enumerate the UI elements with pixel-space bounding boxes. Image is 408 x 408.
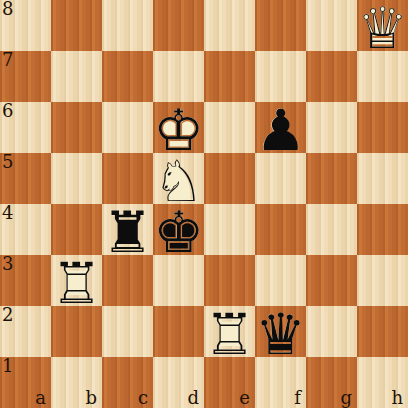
rank-label-2: 2 — [2, 304, 13, 325]
file-label-c: c — [138, 387, 148, 408]
square-d2[interactable] — [153, 306, 204, 357]
white-queen-piece[interactable]: ♛♕ — [357, 0, 408, 51]
square-f3[interactable] — [255, 255, 306, 306]
white-king-piece[interactable]: ♚♔ — [153, 102, 204, 153]
square-h7[interactable] — [357, 51, 408, 102]
rank-label-7: 7 — [2, 49, 13, 70]
black-queen-glyph: ♛ — [255, 306, 306, 363]
square-d1[interactable]: d — [153, 357, 204, 408]
square-b6[interactable] — [51, 102, 102, 153]
rank-label-6: 6 — [2, 100, 13, 121]
square-b8[interactable] — [51, 0, 102, 51]
square-d7[interactable] — [153, 51, 204, 102]
square-b5[interactable] — [51, 153, 102, 204]
square-c2[interactable] — [102, 306, 153, 357]
square-e2[interactable]: ♜♖ — [204, 306, 255, 357]
square-a4[interactable]: 4 — [0, 204, 51, 255]
square-h8[interactable]: ♛♕ — [357, 0, 408, 51]
square-a7[interactable]: 7 — [0, 51, 51, 102]
file-label-h: h — [391, 387, 403, 408]
square-e8[interactable] — [204, 0, 255, 51]
square-g2[interactable] — [306, 306, 357, 357]
square-e4[interactable] — [204, 204, 255, 255]
square-a3[interactable]: 3 — [0, 255, 51, 306]
square-f8[interactable] — [255, 0, 306, 51]
square-g6[interactable] — [306, 102, 357, 153]
file-label-b: b — [85, 387, 97, 408]
black-queen-piece[interactable]: ♕♛ — [255, 306, 306, 357]
square-f7[interactable] — [255, 51, 306, 102]
square-d3[interactable] — [153, 255, 204, 306]
rank-label-5: 5 — [2, 151, 13, 172]
square-h3[interactable] — [357, 255, 408, 306]
square-a8[interactable]: 8 — [0, 0, 51, 51]
rank-label-1: 1 — [2, 355, 13, 376]
square-h2[interactable] — [357, 306, 408, 357]
square-b4[interactable] — [51, 204, 102, 255]
square-c7[interactable] — [102, 51, 153, 102]
white-queen-glyph: ♕ — [357, 0, 408, 57]
square-g1[interactable]: g — [306, 357, 357, 408]
white-rook-glyph: ♖ — [51, 255, 102, 312]
black-rook-glyph: ♜ — [102, 204, 153, 261]
rank-label-8: 8 — [2, 0, 13, 19]
file-label-g: g — [340, 387, 352, 408]
white-rook-glyph: ♖ — [204, 306, 255, 363]
square-g5[interactable] — [306, 153, 357, 204]
square-h6[interactable] — [357, 102, 408, 153]
file-label-f: f — [294, 387, 301, 408]
square-c1[interactable]: c — [102, 357, 153, 408]
square-f4[interactable] — [255, 204, 306, 255]
black-rook-piece[interactable]: ♖♜ — [102, 204, 153, 255]
square-h4[interactable] — [357, 204, 408, 255]
square-c8[interactable] — [102, 0, 153, 51]
square-a6[interactable]: 6 — [0, 102, 51, 153]
square-e3[interactable] — [204, 255, 255, 306]
square-a5[interactable]: 5 — [0, 153, 51, 204]
square-b3[interactable]: ♜♖ — [51, 255, 102, 306]
rank-label-3: 3 — [2, 253, 13, 274]
square-g8[interactable] — [306, 0, 357, 51]
square-b2[interactable] — [51, 306, 102, 357]
white-rook-piece[interactable]: ♜♖ — [204, 306, 255, 357]
chess-board: 8♛♕76♚♔♙♟5♞♘4♖♜♔♚3♜♖2♜♖♕♛1abcdefgh — [0, 0, 408, 408]
square-e7[interactable] — [204, 51, 255, 102]
square-d5[interactable]: ♞♘ — [153, 153, 204, 204]
square-g4[interactable] — [306, 204, 357, 255]
square-d4[interactable]: ♔♚ — [153, 204, 204, 255]
square-c5[interactable] — [102, 153, 153, 204]
square-g3[interactable] — [306, 255, 357, 306]
square-d8[interactable] — [153, 0, 204, 51]
file-label-e: e — [239, 387, 250, 408]
black-king-glyph: ♚ — [153, 204, 204, 261]
square-f5[interactable] — [255, 153, 306, 204]
black-king-piece[interactable]: ♔♚ — [153, 204, 204, 255]
square-e5[interactable] — [204, 153, 255, 204]
file-label-a: a — [35, 387, 46, 408]
square-h5[interactable] — [357, 153, 408, 204]
square-f2[interactable]: ♕♛ — [255, 306, 306, 357]
rank-label-4: 4 — [2, 202, 13, 223]
square-g7[interactable] — [306, 51, 357, 102]
square-f1[interactable]: f — [255, 357, 306, 408]
square-a1[interactable]: 1a — [0, 357, 51, 408]
square-c4[interactable]: ♖♜ — [102, 204, 153, 255]
square-c3[interactable] — [102, 255, 153, 306]
square-e1[interactable]: e — [204, 357, 255, 408]
square-a2[interactable]: 2 — [0, 306, 51, 357]
file-label-d: d — [187, 387, 199, 408]
white-rook-piece[interactable]: ♜♖ — [51, 255, 102, 306]
square-h1[interactable]: h — [357, 357, 408, 408]
square-e6[interactable] — [204, 102, 255, 153]
square-d6[interactable]: ♚♔ — [153, 102, 204, 153]
black-pawn-glyph: ♟ — [255, 102, 306, 159]
square-f6[interactable]: ♙♟ — [255, 102, 306, 153]
white-knight-piece[interactable]: ♞♘ — [153, 153, 204, 204]
square-c6[interactable] — [102, 102, 153, 153]
black-pawn-piece[interactable]: ♙♟ — [255, 102, 306, 153]
square-b1[interactable]: b — [51, 357, 102, 408]
square-b7[interactable] — [51, 51, 102, 102]
